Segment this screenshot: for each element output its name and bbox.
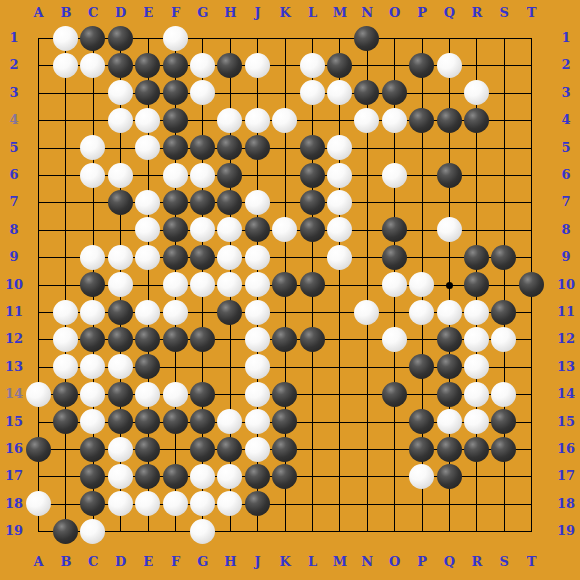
stone-black-H2[interactable] <box>217 53 242 78</box>
stone-white-J15[interactable] <box>245 409 270 434</box>
stone-black-O3[interactable] <box>382 80 407 105</box>
stone-black-D12[interactable] <box>108 327 133 352</box>
stone-black-C1[interactable] <box>80 26 105 51</box>
stone-black-N3[interactable] <box>354 80 379 105</box>
stone-white-A14[interactable] <box>26 382 51 407</box>
col-label-bottom-T: T <box>521 553 543 571</box>
stone-black-E2[interactable] <box>135 53 160 78</box>
col-label-bottom-P: P <box>411 553 433 571</box>
stone-black-H11[interactable] <box>217 300 242 325</box>
stone-white-Q11[interactable] <box>437 300 462 325</box>
col-label-top-Q: Q <box>439 4 461 22</box>
stone-white-E11[interactable] <box>135 300 160 325</box>
stone-black-F5[interactable] <box>163 135 188 160</box>
stone-black-K15[interactable] <box>272 409 297 434</box>
stone-white-K8[interactable] <box>272 217 297 242</box>
row-label-right-15: 15 <box>553 413 579 431</box>
stone-black-L6[interactable] <box>300 163 325 188</box>
col-label-top-N: N <box>356 4 378 22</box>
stone-black-R10[interactable] <box>464 272 489 297</box>
stone-white-J9[interactable] <box>245 245 270 270</box>
stone-white-M6[interactable] <box>327 163 352 188</box>
stone-black-L10[interactable] <box>300 272 325 297</box>
stone-white-Q15[interactable] <box>437 409 462 434</box>
stone-white-G18[interactable] <box>190 491 215 516</box>
col-label-top-E: E <box>137 4 159 22</box>
col-label-top-J: J <box>247 4 269 22</box>
col-label-top-T: T <box>521 4 543 22</box>
go-board[interactable]: AABBCCDDEEFFGGHHJJKKLLMMNNOOPPQQRRSSTT11… <box>0 0 580 580</box>
stone-black-Q6[interactable] <box>437 163 462 188</box>
row-label-right-9: 9 <box>553 248 579 266</box>
stone-white-C13[interactable] <box>80 354 105 379</box>
row-label-right-8: 8 <box>553 221 579 239</box>
stone-white-E8[interactable] <box>135 217 160 242</box>
stone-white-C6[interactable] <box>80 163 105 188</box>
row-label-right-1: 1 <box>553 29 579 47</box>
row-label-right-12: 12 <box>553 330 579 348</box>
row-label-left-3: 3 <box>1 84 27 102</box>
stone-white-P17[interactable] <box>409 464 434 489</box>
row-label-right-6: 6 <box>553 166 579 184</box>
stone-white-O4[interactable] <box>382 108 407 133</box>
stone-white-M8[interactable] <box>327 217 352 242</box>
row-label-right-11: 11 <box>553 303 579 321</box>
stone-white-J2[interactable] <box>245 53 270 78</box>
col-label-top-O: O <box>384 4 406 22</box>
stone-black-P16[interactable] <box>409 437 434 462</box>
row-label-left-13: 13 <box>1 358 27 376</box>
stone-white-D10[interactable] <box>108 272 133 297</box>
stone-black-J5[interactable] <box>245 135 270 160</box>
stone-white-E4[interactable] <box>135 108 160 133</box>
stone-white-J14[interactable] <box>245 382 270 407</box>
row-label-left-5: 5 <box>1 139 27 157</box>
stone-white-E9[interactable] <box>135 245 160 270</box>
stone-white-H10[interactable] <box>217 272 242 297</box>
stone-white-H18[interactable] <box>217 491 242 516</box>
stone-white-G19[interactable] <box>190 519 215 544</box>
stone-white-J7[interactable] <box>245 190 270 215</box>
row-label-left-15: 15 <box>1 413 27 431</box>
stone-black-L5[interactable] <box>300 135 325 160</box>
stone-white-Q2[interactable] <box>437 53 462 78</box>
stone-black-G12[interactable] <box>190 327 215 352</box>
col-label-bottom-L: L <box>302 553 324 571</box>
stone-white-O6[interactable] <box>382 163 407 188</box>
row-label-left-14: 14 <box>1 385 27 403</box>
stone-black-L12[interactable] <box>300 327 325 352</box>
stone-black-G9[interactable] <box>190 245 215 270</box>
grid-line-vertical <box>339 38 340 532</box>
stone-black-H6[interactable] <box>217 163 242 188</box>
stone-white-J4[interactable] <box>245 108 270 133</box>
stone-black-R9[interactable] <box>464 245 489 270</box>
stone-black-D11[interactable] <box>108 300 133 325</box>
stone-white-J16[interactable] <box>245 437 270 462</box>
stone-black-E17[interactable] <box>135 464 160 489</box>
stone-white-E14[interactable] <box>135 382 160 407</box>
stone-white-O10[interactable] <box>382 272 407 297</box>
stone-black-C16[interactable] <box>80 437 105 462</box>
col-label-bottom-K: K <box>274 553 296 571</box>
stone-white-B13[interactable] <box>53 354 78 379</box>
stone-black-L8[interactable] <box>300 217 325 242</box>
stone-black-C18[interactable] <box>80 491 105 516</box>
row-label-left-18: 18 <box>1 495 27 513</box>
stone-black-P15[interactable] <box>409 409 434 434</box>
col-label-bottom-G: G <box>192 553 214 571</box>
stone-black-F4[interactable] <box>163 108 188 133</box>
stone-black-P2[interactable] <box>409 53 434 78</box>
col-label-top-A: A <box>28 4 50 22</box>
row-label-right-10: 10 <box>553 276 579 294</box>
stone-black-H16[interactable] <box>217 437 242 462</box>
stone-black-F9[interactable] <box>163 245 188 270</box>
row-label-right-18: 18 <box>553 495 579 513</box>
col-label-top-K: K <box>274 4 296 22</box>
row-label-left-11: 11 <box>1 303 27 321</box>
stone-white-P11[interactable] <box>409 300 434 325</box>
stone-white-R15[interactable] <box>464 409 489 434</box>
col-label-bottom-B: B <box>55 553 77 571</box>
stone-white-G10[interactable] <box>190 272 215 297</box>
stone-white-C11[interactable] <box>80 300 105 325</box>
stone-white-E5[interactable] <box>135 135 160 160</box>
stone-black-E3[interactable] <box>135 80 160 105</box>
stone-white-N4[interactable] <box>354 108 379 133</box>
row-label-right-19: 19 <box>553 522 579 540</box>
stone-black-K17[interactable] <box>272 464 297 489</box>
stone-black-H7[interactable] <box>217 190 242 215</box>
stone-black-Q16[interactable] <box>437 437 462 462</box>
stone-white-D6[interactable] <box>108 163 133 188</box>
stone-black-E13[interactable] <box>135 354 160 379</box>
stone-black-M2[interactable] <box>327 53 352 78</box>
stone-white-F11[interactable] <box>163 300 188 325</box>
stone-white-B11[interactable] <box>53 300 78 325</box>
col-label-top-P: P <box>411 4 433 22</box>
col-label-top-M: M <box>329 4 351 22</box>
stone-white-F1[interactable] <box>163 26 188 51</box>
stone-white-R14[interactable] <box>464 382 489 407</box>
row-label-left-4: 4 <box>1 111 27 129</box>
stone-white-R3[interactable] <box>464 80 489 105</box>
stone-black-D14[interactable] <box>108 382 133 407</box>
row-label-left-1: 1 <box>1 29 27 47</box>
col-label-top-B: B <box>55 4 77 22</box>
row-label-left-2: 2 <box>1 56 27 74</box>
stone-black-O8[interactable] <box>382 217 407 242</box>
stone-black-J18[interactable] <box>245 491 270 516</box>
stone-white-C19[interactable] <box>80 519 105 544</box>
stone-black-B19[interactable] <box>53 519 78 544</box>
stone-black-Q4[interactable] <box>437 108 462 133</box>
stone-white-F18[interactable] <box>163 491 188 516</box>
stone-black-A16[interactable] <box>26 437 51 462</box>
stone-white-C2[interactable] <box>80 53 105 78</box>
col-label-bottom-M: M <box>329 553 351 571</box>
stone-black-O14[interactable] <box>382 382 407 407</box>
stone-white-R13[interactable] <box>464 354 489 379</box>
stone-white-F10[interactable] <box>163 272 188 297</box>
stone-black-P13[interactable] <box>409 354 434 379</box>
stone-black-Q13[interactable] <box>437 354 462 379</box>
col-label-bottom-R: R <box>466 553 488 571</box>
col-label-top-F: F <box>165 4 187 22</box>
stone-black-D2[interactable] <box>108 53 133 78</box>
stone-white-G17[interactable] <box>190 464 215 489</box>
stone-white-D16[interactable] <box>108 437 133 462</box>
stone-black-Q12[interactable] <box>437 327 462 352</box>
row-label-right-2: 2 <box>553 56 579 74</box>
stone-black-K10[interactable] <box>272 272 297 297</box>
stone-black-C12[interactable] <box>80 327 105 352</box>
stone-black-K14[interactable] <box>272 382 297 407</box>
stone-white-K4[interactable] <box>272 108 297 133</box>
row-label-left-8: 8 <box>1 221 27 239</box>
row-label-left-9: 9 <box>1 248 27 266</box>
row-label-left-17: 17 <box>1 467 27 485</box>
col-label-bottom-Q: Q <box>439 553 461 571</box>
stone-black-R4[interactable] <box>464 108 489 133</box>
stone-white-D4[interactable] <box>108 108 133 133</box>
row-label-right-17: 17 <box>553 467 579 485</box>
stone-black-G7[interactable] <box>190 190 215 215</box>
stone-black-S16[interactable] <box>491 437 516 462</box>
row-label-right-4: 4 <box>553 111 579 129</box>
stone-black-E12[interactable] <box>135 327 160 352</box>
col-label-top-G: G <box>192 4 214 22</box>
stone-white-J13[interactable] <box>245 354 270 379</box>
row-label-left-6: 6 <box>1 166 27 184</box>
stone-white-N11[interactable] <box>354 300 379 325</box>
stone-black-F17[interactable] <box>163 464 188 489</box>
col-label-top-C: C <box>82 4 104 22</box>
stone-black-F2[interactable] <box>163 53 188 78</box>
stone-white-O12[interactable] <box>382 327 407 352</box>
stone-white-H15[interactable] <box>217 409 242 434</box>
stone-black-F3[interactable] <box>163 80 188 105</box>
stone-white-G6[interactable] <box>190 163 215 188</box>
stone-white-F14[interactable] <box>163 382 188 407</box>
stone-black-E16[interactable] <box>135 437 160 462</box>
col-label-top-D: D <box>110 4 132 22</box>
stone-white-D17[interactable] <box>108 464 133 489</box>
row-label-right-13: 13 <box>553 358 579 376</box>
col-label-bottom-A: A <box>28 553 50 571</box>
stone-white-H9[interactable] <box>217 245 242 270</box>
stone-black-F12[interactable] <box>163 327 188 352</box>
row-label-left-16: 16 <box>1 440 27 458</box>
stone-white-H8[interactable] <box>217 217 242 242</box>
stone-black-J8[interactable] <box>245 217 270 242</box>
stone-black-N1[interactable] <box>354 26 379 51</box>
col-label-bottom-E: E <box>137 553 159 571</box>
row-label-right-7: 7 <box>553 193 579 211</box>
stone-black-K16[interactable] <box>272 437 297 462</box>
stone-white-G3[interactable] <box>190 80 215 105</box>
stone-black-J17[interactable] <box>245 464 270 489</box>
stone-black-F15[interactable] <box>163 409 188 434</box>
col-label-top-H: H <box>219 4 241 22</box>
row-label-left-10: 10 <box>1 276 27 294</box>
stone-white-H4[interactable] <box>217 108 242 133</box>
row-label-left-7: 7 <box>1 193 27 211</box>
stone-white-C15[interactable] <box>80 409 105 434</box>
stone-black-B14[interactable] <box>53 382 78 407</box>
grid-line-horizontal <box>38 531 532 532</box>
stone-white-C5[interactable] <box>80 135 105 160</box>
stone-black-P4[interactable] <box>409 108 434 133</box>
stone-white-G8[interactable] <box>190 217 215 242</box>
stone-white-E7[interactable] <box>135 190 160 215</box>
stone-white-C9[interactable] <box>80 245 105 270</box>
stone-white-M9[interactable] <box>327 245 352 270</box>
stone-black-G5[interactable] <box>190 135 215 160</box>
stone-black-G14[interactable] <box>190 382 215 407</box>
col-label-bottom-J: J <box>247 553 269 571</box>
col-label-bottom-O: O <box>384 553 406 571</box>
row-label-right-3: 3 <box>553 84 579 102</box>
stone-white-J11[interactable] <box>245 300 270 325</box>
col-label-bottom-S: S <box>493 553 515 571</box>
stone-black-F8[interactable] <box>163 217 188 242</box>
stone-white-J12[interactable] <box>245 327 270 352</box>
stone-black-S9[interactable] <box>491 245 516 270</box>
stone-black-G15[interactable] <box>190 409 215 434</box>
stone-black-Q17[interactable] <box>437 464 462 489</box>
stone-black-T10[interactable] <box>519 272 544 297</box>
row-label-right-5: 5 <box>553 139 579 157</box>
stone-white-E18[interactable] <box>135 491 160 516</box>
stone-white-S14[interactable] <box>491 382 516 407</box>
stone-black-O9[interactable] <box>382 245 407 270</box>
stone-black-K12[interactable] <box>272 327 297 352</box>
col-label-bottom-F: F <box>165 553 187 571</box>
star-point-Q10 <box>446 282 453 289</box>
stone-white-R12[interactable] <box>464 327 489 352</box>
stone-white-D3[interactable] <box>108 80 133 105</box>
stone-white-Q8[interactable] <box>437 217 462 242</box>
stone-white-P10[interactable] <box>409 272 434 297</box>
col-label-bottom-H: H <box>219 553 241 571</box>
stone-white-D9[interactable] <box>108 245 133 270</box>
row-label-right-16: 16 <box>553 440 579 458</box>
stone-white-M7[interactable] <box>327 190 352 215</box>
stone-white-G2[interactable] <box>190 53 215 78</box>
stone-black-S11[interactable] <box>491 300 516 325</box>
stone-white-J10[interactable] <box>245 272 270 297</box>
row-label-right-14: 14 <box>553 385 579 403</box>
stone-black-D15[interactable] <box>108 409 133 434</box>
stone-black-R16[interactable] <box>464 437 489 462</box>
col-label-bottom-C: C <box>82 553 104 571</box>
stone-black-L7[interactable] <box>300 190 325 215</box>
stone-white-S12[interactable] <box>491 327 516 352</box>
stone-black-S15[interactable] <box>491 409 516 434</box>
stone-white-R11[interactable] <box>464 300 489 325</box>
stone-white-L2[interactable] <box>300 53 325 78</box>
stone-black-F7[interactable] <box>163 190 188 215</box>
stone-white-B12[interactable] <box>53 327 78 352</box>
stone-white-L3[interactable] <box>300 80 325 105</box>
stone-black-H5[interactable] <box>217 135 242 160</box>
stone-white-D13[interactable] <box>108 354 133 379</box>
row-label-left-12: 12 <box>1 330 27 348</box>
stone-black-D1[interactable] <box>108 26 133 51</box>
col-label-bottom-N: N <box>356 553 378 571</box>
stone-black-D7[interactable] <box>108 190 133 215</box>
stone-white-M3[interactable] <box>327 80 352 105</box>
stone-black-B15[interactable] <box>53 409 78 434</box>
stone-black-C17[interactable] <box>80 464 105 489</box>
stone-white-B1[interactable] <box>53 26 78 51</box>
col-label-top-S: S <box>493 4 515 22</box>
col-label-top-L: L <box>302 4 324 22</box>
stone-black-C10[interactable] <box>80 272 105 297</box>
stone-white-A18[interactable] <box>26 491 51 516</box>
row-label-left-19: 19 <box>1 522 27 540</box>
stone-white-D18[interactable] <box>108 491 133 516</box>
stone-white-H17[interactable] <box>217 464 242 489</box>
stone-black-G16[interactable] <box>190 437 215 462</box>
stone-white-M5[interactable] <box>327 135 352 160</box>
stone-black-Q14[interactable] <box>437 382 462 407</box>
stone-white-C14[interactable] <box>80 382 105 407</box>
col-label-top-R: R <box>466 4 488 22</box>
stone-white-B2[interactable] <box>53 53 78 78</box>
stone-black-E15[interactable] <box>135 409 160 434</box>
stone-white-F6[interactable] <box>163 163 188 188</box>
col-label-bottom-D: D <box>110 553 132 571</box>
